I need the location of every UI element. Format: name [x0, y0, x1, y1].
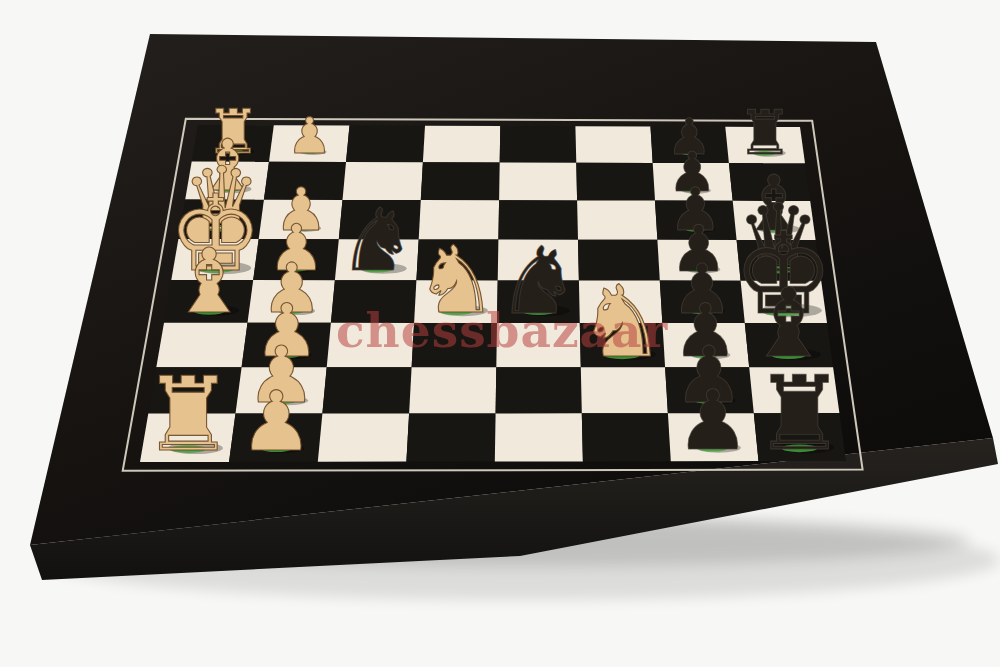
piece-black-knight-d3: ♞ — [338, 190, 416, 290]
square-g3 — [322, 367, 411, 413]
square-h5 — [495, 413, 583, 461]
square-g5 — [496, 367, 582, 413]
square-b5 — [499, 162, 577, 200]
square-c6 — [577, 200, 657, 239]
square-a4 — [423, 126, 500, 163]
piece-white-rook-h1: ♜ — [143, 355, 235, 474]
svg-text:♟: ♟ — [287, 107, 332, 165]
piece-white-bishop-e1: ♝ — [169, 230, 249, 333]
chess-product-photo: ♜♟♟♜♝♟♛♟♟♝♚♟♞♟♛♝♟♞♞♟♚♟♞♟♝♟♟♜♟♟♜ chessbaz… — [0, 0, 1000, 667]
svg-text:♞: ♞ — [497, 227, 580, 335]
piece-white-pawn-a2: ♟ — [287, 107, 332, 165]
piece-black-knight-e5: ♞ — [497, 227, 580, 335]
chessboard-scene: ♜♟♟♜♝♟♛♟♟♝♚♟♞♟♛♝♟♞♞♟♚♟♞♟♝♟♟♜♟♟♜ — [0, 0, 1000, 667]
svg-text:♜: ♜ — [754, 354, 846, 473]
piece-black-pawn-h7: ♟ — [676, 372, 750, 469]
piece-black-rook-h8: ♜ — [754, 354, 846, 473]
svg-text:♝: ♝ — [169, 230, 249, 333]
square-f3 — [327, 323, 414, 367]
piece-white-knight-e4: ♞ — [415, 226, 498, 334]
square-b4 — [421, 162, 500, 200]
square-h4 — [406, 413, 495, 461]
square-b6 — [576, 163, 655, 201]
svg-text:♞: ♞ — [415, 226, 498, 334]
svg-text:♞: ♞ — [578, 264, 667, 379]
svg-text:♟: ♟ — [239, 373, 313, 470]
piece-white-knight-f6: ♞ — [578, 264, 667, 379]
piece-white-pawn-h2: ♟ — [239, 373, 313, 470]
svg-text:♞: ♞ — [338, 190, 416, 290]
square-h3 — [318, 413, 409, 461]
square-h6 — [582, 413, 671, 461]
square-g4 — [409, 367, 496, 413]
square-a3 — [346, 126, 425, 163]
svg-text:♟: ♟ — [676, 372, 750, 469]
svg-text:♜: ♜ — [143, 355, 235, 474]
square-a5 — [500, 126, 577, 163]
square-a6 — [575, 126, 652, 163]
